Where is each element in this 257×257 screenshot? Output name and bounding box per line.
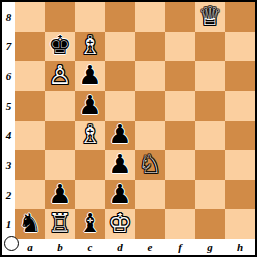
- white-pawn-b6: ♙: [48, 62, 71, 88]
- square-c4[interactable]: ♗: [75, 121, 105, 151]
- square-e5[interactable]: [135, 91, 165, 121]
- square-h1[interactable]: [225, 209, 255, 239]
- file-label-e: e: [135, 240, 165, 254]
- square-d2[interactable]: ♟: [105, 180, 135, 210]
- square-c3[interactable]: [75, 150, 105, 180]
- black-pawn-c6: ♟: [78, 62, 101, 88]
- file-label-b: b: [45, 240, 75, 254]
- rank-label-2: 2: [2, 180, 15, 210]
- file-label-c: c: [75, 240, 105, 254]
- square-h8[interactable]: [225, 2, 255, 32]
- rank-label-5: 5: [2, 91, 15, 121]
- square-e4[interactable]: [135, 121, 165, 151]
- square-d5[interactable]: [105, 91, 135, 121]
- square-h3[interactable]: [225, 150, 255, 180]
- chess-diagram: ♕♚♗♙♟♟♗♟♟♘♟♟♞♖♝♔ 87654321 abcdefgh: [0, 0, 257, 257]
- square-e3[interactable]: ♘: [135, 150, 165, 180]
- square-d4[interactable]: ♟: [105, 121, 135, 151]
- square-b2[interactable]: ♟: [45, 180, 75, 210]
- square-a8[interactable]: [15, 2, 45, 32]
- square-h4[interactable]: [225, 121, 255, 151]
- file-label-g: g: [195, 240, 225, 254]
- square-f8[interactable]: [165, 2, 195, 32]
- file-label-f: f: [165, 240, 195, 254]
- square-c1[interactable]: ♝: [75, 209, 105, 239]
- square-b4[interactable]: [45, 121, 75, 151]
- square-b1[interactable]: ♖: [45, 209, 75, 239]
- square-g6[interactable]: [195, 61, 225, 91]
- rank-label-1: 1: [2, 209, 15, 239]
- file-labels: abcdefgh: [15, 240, 255, 254]
- square-h5[interactable]: [225, 91, 255, 121]
- file-label-a: a: [15, 240, 45, 254]
- square-h6[interactable]: [225, 61, 255, 91]
- rank-label-6: 6: [2, 61, 15, 91]
- square-g3[interactable]: [195, 150, 225, 180]
- square-a4[interactable]: [15, 121, 45, 151]
- rank-label-3: 3: [2, 150, 15, 180]
- square-e7[interactable]: [135, 32, 165, 62]
- square-g4[interactable]: [195, 121, 225, 151]
- square-d6[interactable]: [105, 61, 135, 91]
- black-pawn-d3: ♟: [108, 151, 131, 177]
- square-g8[interactable]: ♕: [195, 2, 225, 32]
- square-b5[interactable]: [45, 91, 75, 121]
- square-c8[interactable]: [75, 2, 105, 32]
- square-a3[interactable]: [15, 150, 45, 180]
- square-c2[interactable]: [75, 180, 105, 210]
- square-d7[interactable]: [105, 32, 135, 62]
- rank-label-4: 4: [2, 121, 15, 151]
- square-c5[interactable]: ♟: [75, 91, 105, 121]
- white-knight-e3: ♘: [138, 151, 161, 177]
- square-g7[interactable]: [195, 32, 225, 62]
- square-h7[interactable]: [225, 32, 255, 62]
- square-a6[interactable]: [15, 61, 45, 91]
- black-pawn-d4: ♟: [108, 121, 131, 147]
- square-d8[interactable]: [105, 2, 135, 32]
- square-f2[interactable]: [165, 180, 195, 210]
- square-e8[interactable]: [135, 2, 165, 32]
- square-g2[interactable]: [195, 180, 225, 210]
- black-bishop-c1: ♝: [78, 210, 101, 236]
- square-b3[interactable]: [45, 150, 75, 180]
- board: ♕♚♗♙♟♟♗♟♟♘♟♟♞♖♝♔: [15, 2, 255, 239]
- square-h2[interactable]: [225, 180, 255, 210]
- black-pawn-d2: ♟: [108, 181, 131, 207]
- square-f7[interactable]: [165, 32, 195, 62]
- white-queen-g8: ♕: [198, 3, 221, 29]
- square-g1[interactable]: [195, 209, 225, 239]
- square-f6[interactable]: [165, 61, 195, 91]
- file-label-d: d: [105, 240, 135, 254]
- square-f3[interactable]: [165, 150, 195, 180]
- square-f1[interactable]: [165, 209, 195, 239]
- square-e6[interactable]: [135, 61, 165, 91]
- square-f4[interactable]: [165, 121, 195, 151]
- black-pawn-b2: ♟: [48, 181, 71, 207]
- square-a1[interactable]: ♞: [15, 209, 45, 239]
- black-knight-a1: ♞: [18, 210, 41, 236]
- square-b7[interactable]: ♚: [45, 32, 75, 62]
- rank-label-7: 7: [2, 32, 15, 62]
- square-d1[interactable]: ♔: [105, 209, 135, 239]
- square-a7[interactable]: [15, 32, 45, 62]
- file-label-h: h: [225, 240, 255, 254]
- square-c7[interactable]: ♗: [75, 32, 105, 62]
- black-king-b7: ♚: [48, 32, 71, 58]
- square-d3[interactable]: ♟: [105, 150, 135, 180]
- square-e1[interactable]: [135, 209, 165, 239]
- square-e2[interactable]: [135, 180, 165, 210]
- white-king-d1: ♔: [108, 210, 131, 236]
- white-rook-b1: ♖: [48, 210, 71, 236]
- square-c6[interactable]: ♟: [75, 61, 105, 91]
- square-b6[interactable]: ♙: [45, 61, 75, 91]
- square-b8[interactable]: [45, 2, 75, 32]
- square-f5[interactable]: [165, 91, 195, 121]
- square-a2[interactable]: [15, 180, 45, 210]
- rank-labels: 87654321: [2, 2, 15, 239]
- square-a5[interactable]: [15, 91, 45, 121]
- white-bishop-c7: ♗: [78, 32, 101, 58]
- black-pawn-c5: ♟: [78, 92, 101, 118]
- rank-label-8: 8: [2, 2, 15, 32]
- square-g5[interactable]: [195, 91, 225, 121]
- white-to-move-indicator: [4, 236, 19, 251]
- white-bishop-c4: ♗: [78, 121, 101, 147]
